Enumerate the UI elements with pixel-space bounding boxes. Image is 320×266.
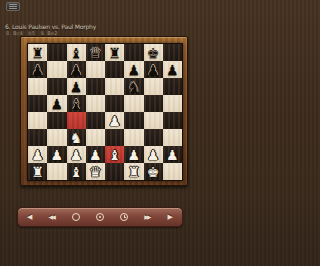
white-knight[interactable]: ♞ <box>70 130 83 144</box>
square-d3[interactable] <box>86 129 105 146</box>
square-g8[interactable]: ♚ <box>144 44 163 61</box>
square-c3[interactable]: ♞ <box>67 129 86 146</box>
square-f3[interactable] <box>124 129 143 146</box>
black-pawn[interactable]: ♟ <box>128 62 141 76</box>
square-a2[interactable]: ♟ <box>28 146 47 163</box>
square-a7[interactable]: ♟ <box>28 61 47 78</box>
square-a8[interactable]: ♜ <box>28 44 47 61</box>
square-e2[interactable]: ♝ <box>105 146 124 163</box>
square-b2[interactable]: ♟ <box>47 146 66 163</box>
square-d2[interactable]: ♟ <box>86 146 105 163</box>
square-g3[interactable] <box>144 129 163 146</box>
white-rook[interactable]: ♜ <box>31 164 44 178</box>
square-f5[interactable] <box>124 95 143 112</box>
black-bishop[interactable]: ♝ <box>70 45 83 59</box>
white-king[interactable]: ♚ <box>147 164 160 178</box>
white-pawn[interactable]: ♟ <box>31 147 44 161</box>
hamburger-icon <box>9 4 17 5</box>
square-g5[interactable] <box>144 95 163 112</box>
skip-to-start-icon[interactable]: ◀◀ <box>49 214 56 220</box>
square-f4[interactable] <box>124 112 143 129</box>
square-f1[interactable]: ♜ <box>124 163 143 180</box>
square-e7[interactable] <box>105 61 124 78</box>
square-d8[interactable]: ♛ <box>86 44 105 61</box>
white-pawn[interactable]: ♟ <box>51 147 64 161</box>
square-f8[interactable] <box>124 44 143 61</box>
prev-move-icon[interactable]: ◀ <box>27 214 32 221</box>
black-pawn[interactable]: ♟ <box>31 62 44 76</box>
square-e8[interactable]: ♜ <box>105 44 124 61</box>
square-b1[interactable] <box>47 163 66 180</box>
white-pawn[interactable]: ♟ <box>128 147 141 161</box>
clock-icon[interactable] <box>120 213 128 221</box>
square-e5[interactable] <box>105 95 124 112</box>
square-c8[interactable]: ♝ <box>67 44 86 61</box>
skip-to-end-icon[interactable]: ▶▶ <box>144 214 151 220</box>
square-b8[interactable] <box>47 44 66 61</box>
menu-button[interactable] <box>6 2 20 11</box>
square-b7[interactable] <box>47 61 66 78</box>
square-f6[interactable]: ♞ <box>124 78 143 95</box>
settings-icon[interactable] <box>96 213 104 221</box>
black-rook[interactable]: ♜ <box>31 45 44 59</box>
square-h1[interactable] <box>163 163 182 180</box>
square-g7[interactable]: ♟ <box>144 61 163 78</box>
black-knight[interactable]: ♞ <box>128 79 141 93</box>
square-e3[interactable] <box>105 129 124 146</box>
square-c5[interactable]: ♝ <box>67 95 86 112</box>
square-d7[interactable] <box>86 61 105 78</box>
next-move-icon[interactable]: ▶ <box>168 214 173 221</box>
square-a6[interactable] <box>28 78 47 95</box>
square-e6[interactable] <box>105 78 124 95</box>
black-queen[interactable]: ♛ <box>89 45 102 59</box>
flip-board-icon[interactable] <box>72 213 80 221</box>
square-c7[interactable]: ♟ <box>67 61 86 78</box>
white-pawn[interactable]: ♟ <box>70 147 83 161</box>
square-g4[interactable] <box>144 112 163 129</box>
square-b4[interactable] <box>47 112 66 129</box>
black-pawn[interactable]: ♟ <box>166 62 179 76</box>
white-pawn[interactable]: ♟ <box>89 147 102 161</box>
square-c4[interactable] <box>67 112 86 129</box>
board-frame: ♜♝♛♜♚♟♟♟♟♟♟♞♟♝♟♞♟♟♟♟♝♟♟♟♜♝♛♜♚ <box>20 36 188 186</box>
square-h8[interactable] <box>163 44 182 61</box>
square-e4[interactable]: ♟ <box>105 112 124 129</box>
square-g1[interactable]: ♚ <box>144 163 163 180</box>
square-b5[interactable]: ♟ <box>47 95 66 112</box>
black-pawn[interactable]: ♟ <box>70 62 83 76</box>
black-king[interactable]: ♚ <box>147 45 160 59</box>
square-g6[interactable] <box>144 78 163 95</box>
white-pawn[interactable]: ♟ <box>166 147 179 161</box>
square-g2[interactable]: ♟ <box>144 146 163 163</box>
square-h4[interactable] <box>163 112 182 129</box>
black-pawn[interactable]: ♟ <box>70 79 83 93</box>
square-a5[interactable] <box>28 95 47 112</box>
white-pawn[interactable]: ♟ <box>108 113 121 127</box>
black-rook[interactable]: ♜ <box>108 45 121 59</box>
playback-toolbar: ◀◀◀▶▶▶ <box>17 207 183 227</box>
white-pawn[interactable]: ♟ <box>147 147 160 161</box>
square-h6[interactable] <box>163 78 182 95</box>
square-a3[interactable] <box>28 129 47 146</box>
game-title: 6. Louis Paulsen vs. Paul Morphy <box>5 23 96 30</box>
chess-board[interactable]: ♜♝♛♜♚♟♟♟♟♟♟♞♟♝♟♞♟♟♟♟♝♟♟♟♜♝♛♜♚ <box>27 43 183 181</box>
black-pawn[interactable]: ♟ <box>51 96 64 110</box>
white-rook[interactable]: ♜ <box>128 164 141 178</box>
square-a1[interactable]: ♜ <box>28 163 47 180</box>
white-bishop[interactable]: ♝ <box>70 164 83 178</box>
square-c1[interactable]: ♝ <box>67 163 86 180</box>
white-bishop[interactable]: ♝ <box>108 147 121 161</box>
square-e1[interactable] <box>105 163 124 180</box>
square-d5[interactable] <box>86 95 105 112</box>
square-d1[interactable]: ♛ <box>86 163 105 180</box>
square-c6[interactable]: ♟ <box>67 78 86 95</box>
black-bishop[interactable]: ♝ <box>70 96 83 110</box>
square-h5[interactable] <box>163 95 182 112</box>
square-b6[interactable] <box>47 78 66 95</box>
square-c2[interactable]: ♟ <box>67 146 86 163</box>
square-b3[interactable] <box>47 129 66 146</box>
square-h7[interactable]: ♟ <box>163 61 182 78</box>
square-d4[interactable] <box>86 112 105 129</box>
white-queen[interactable]: ♛ <box>89 164 102 178</box>
square-h3[interactable] <box>163 129 182 146</box>
square-h2[interactable]: ♟ <box>163 146 182 163</box>
square-a4[interactable] <box>28 112 47 129</box>
square-f2[interactable]: ♟ <box>124 146 143 163</box>
square-d6[interactable] <box>86 78 105 95</box>
black-pawn[interactable]: ♟ <box>147 62 160 76</box>
square-f7[interactable]: ♟ <box>124 61 143 78</box>
